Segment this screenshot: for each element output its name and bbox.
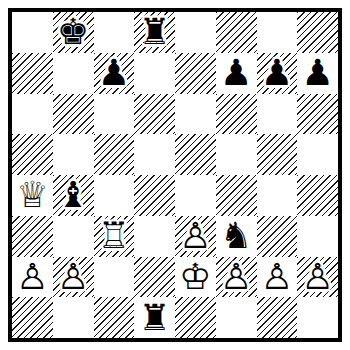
square-a2[interactable]: ♟♙ <box>12 257 53 298</box>
piece-halo: ♟ <box>94 53 135 94</box>
square-b5[interactable] <box>53 134 94 175</box>
square-c3[interactable]: ♜♖ <box>94 216 135 257</box>
square-h6[interactable] <box>297 94 338 135</box>
square-g6[interactable] <box>257 94 298 135</box>
piece-halo: ♜ <box>134 297 175 338</box>
square-c4[interactable] <box>94 175 135 216</box>
square-b3[interactable] <box>53 216 94 257</box>
square-f2[interactable]: ♟♙ <box>216 257 257 298</box>
square-f4[interactable] <box>216 175 257 216</box>
piece-black-pawn: ♟ <box>257 53 298 94</box>
piece-halo: ♟ <box>297 53 338 94</box>
square-h5[interactable] <box>297 134 338 175</box>
square-e5[interactable] <box>175 134 216 175</box>
piece-white-queen: ♕ <box>12 175 53 216</box>
piece-halo: ♟ <box>53 257 94 298</box>
chess-diagram: ♚♚♜♜♟♟♟♟♟♟♟♟♛♕♝♝♜♖♟♙♞♞♟♙♟♙♚♔♟♙♟♙♟♙♜♜ <box>0 0 350 350</box>
piece-halo: ♟ <box>12 257 53 298</box>
square-c1[interactable] <box>94 297 135 338</box>
square-f6[interactable] <box>216 94 257 135</box>
square-c6[interactable] <box>94 94 135 135</box>
piece-halo: ♟ <box>216 53 257 94</box>
square-g7[interactable]: ♟♟ <box>257 53 298 94</box>
square-b4[interactable]: ♝♝ <box>53 175 94 216</box>
square-b1[interactable] <box>53 297 94 338</box>
piece-black-bishop: ♝ <box>53 175 94 216</box>
piece-white-pawn: ♙ <box>216 257 257 298</box>
piece-halo: ♚ <box>175 257 216 298</box>
square-g3[interactable] <box>257 216 298 257</box>
square-d3[interactable] <box>134 216 175 257</box>
piece-halo: ♝ <box>53 175 94 216</box>
piece-white-king: ♔ <box>175 257 216 298</box>
piece-halo: ♞ <box>216 216 257 257</box>
square-b7[interactable] <box>53 53 94 94</box>
piece-halo: ♜ <box>94 216 135 257</box>
square-g2[interactable]: ♟♙ <box>257 257 298 298</box>
piece-halo: ♟ <box>175 216 216 257</box>
square-c7[interactable]: ♟♟ <box>94 53 135 94</box>
square-b8[interactable]: ♚♚ <box>53 12 94 53</box>
square-d7[interactable] <box>134 53 175 94</box>
square-g4[interactable] <box>257 175 298 216</box>
piece-white-pawn: ♙ <box>12 257 53 298</box>
square-h1[interactable] <box>297 297 338 338</box>
square-g8[interactable] <box>257 12 298 53</box>
square-f7[interactable]: ♟♟ <box>216 53 257 94</box>
square-f5[interactable] <box>216 134 257 175</box>
piece-white-pawn: ♙ <box>257 257 298 298</box>
piece-black-king: ♚ <box>53 12 94 53</box>
piece-black-pawn: ♟ <box>216 53 257 94</box>
piece-white-rook: ♖ <box>94 216 135 257</box>
square-c8[interactable] <box>94 12 135 53</box>
chess-board: ♚♚♜♜♟♟♟♟♟♟♟♟♛♕♝♝♜♖♟♙♞♞♟♙♟♙♚♔♟♙♟♙♟♙♜♜ <box>8 8 342 342</box>
square-d6[interactable] <box>134 94 175 135</box>
piece-halo: ♟ <box>216 257 257 298</box>
square-e7[interactable] <box>175 53 216 94</box>
square-a7[interactable] <box>12 53 53 94</box>
square-e1[interactable] <box>175 297 216 338</box>
square-e6[interactable] <box>175 94 216 135</box>
square-h2[interactable]: ♟♙ <box>297 257 338 298</box>
square-a5[interactable] <box>12 134 53 175</box>
square-g1[interactable] <box>257 297 298 338</box>
square-h4[interactable] <box>297 175 338 216</box>
piece-black-rook: ♜ <box>134 12 175 53</box>
piece-white-pawn: ♙ <box>297 257 338 298</box>
square-e4[interactable] <box>175 175 216 216</box>
piece-halo: ♟ <box>297 257 338 298</box>
piece-white-pawn: ♙ <box>175 216 216 257</box>
piece-halo: ♚ <box>53 12 94 53</box>
piece-black-rook: ♜ <box>134 297 175 338</box>
piece-halo: ♟ <box>257 257 298 298</box>
piece-black-pawn: ♟ <box>297 53 338 94</box>
square-f1[interactable] <box>216 297 257 338</box>
piece-halo: ♛ <box>12 175 53 216</box>
square-e2[interactable]: ♚♔ <box>175 257 216 298</box>
square-a3[interactable] <box>12 216 53 257</box>
square-g5[interactable] <box>257 134 298 175</box>
board-grid: ♚♚♜♜♟♟♟♟♟♟♟♟♛♕♝♝♜♖♟♙♞♞♟♙♟♙♚♔♟♙♟♙♟♙♜♜ <box>12 12 338 338</box>
square-f8[interactable] <box>216 12 257 53</box>
square-c5[interactable] <box>94 134 135 175</box>
square-e8[interactable] <box>175 12 216 53</box>
piece-halo: ♜ <box>134 12 175 53</box>
square-a8[interactable] <box>12 12 53 53</box>
square-c2[interactable] <box>94 257 135 298</box>
square-d2[interactable] <box>134 257 175 298</box>
square-f3[interactable]: ♞♞ <box>216 216 257 257</box>
square-a6[interactable] <box>12 94 53 135</box>
piece-black-knight: ♞ <box>216 216 257 257</box>
square-h8[interactable] <box>297 12 338 53</box>
square-a1[interactable] <box>12 297 53 338</box>
piece-halo: ♟ <box>257 53 298 94</box>
square-d1[interactable]: ♜♜ <box>134 297 175 338</box>
square-d8[interactable]: ♜♜ <box>134 12 175 53</box>
piece-white-pawn: ♙ <box>53 257 94 298</box>
square-e3[interactable]: ♟♙ <box>175 216 216 257</box>
piece-black-pawn: ♟ <box>94 53 135 94</box>
square-b6[interactable] <box>53 94 94 135</box>
square-a4[interactable]: ♛♕ <box>12 175 53 216</box>
square-h7[interactable]: ♟♟ <box>297 53 338 94</box>
square-d5[interactable] <box>134 134 175 175</box>
square-h3[interactable] <box>297 216 338 257</box>
square-d4[interactable] <box>134 175 175 216</box>
square-b2[interactable]: ♟♙ <box>53 257 94 298</box>
